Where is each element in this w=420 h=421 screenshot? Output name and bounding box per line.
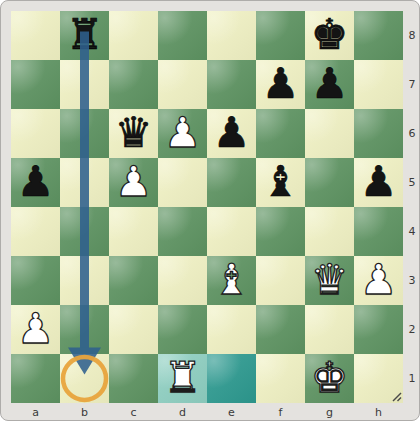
square-b3[interactable] xyxy=(60,256,109,305)
square-h8[interactable] xyxy=(354,11,403,60)
square-b2[interactable] xyxy=(60,305,109,354)
square-c3[interactable] xyxy=(109,256,158,305)
chess-board: ♜♚♟♟♛♟♟♟♟♝♟♝♛♟♟♜♚ xyxy=(11,11,403,403)
file-label-h: h xyxy=(354,403,403,421)
square-g6[interactable] xyxy=(305,109,354,158)
square-g1[interactable]: ♚ xyxy=(305,354,354,403)
square-f3[interactable] xyxy=(256,256,305,305)
square-e1[interactable] xyxy=(207,354,256,403)
piece-black-queen[interactable]: ♛ xyxy=(115,112,153,154)
square-b7[interactable] xyxy=(60,60,109,109)
square-g5[interactable] xyxy=(305,158,354,207)
file-label-b: b xyxy=(60,403,109,421)
file-label-g: g xyxy=(305,403,354,421)
square-h5[interactable]: ♟ xyxy=(354,158,403,207)
square-a6[interactable] xyxy=(11,109,60,158)
square-d8[interactable] xyxy=(158,11,207,60)
piece-black-pawn[interactable]: ♟ xyxy=(262,63,300,105)
square-a7[interactable] xyxy=(11,60,60,109)
square-h4[interactable] xyxy=(354,207,403,256)
square-f1[interactable] xyxy=(256,354,305,403)
rank-label-8: 8 xyxy=(403,11,420,60)
square-c6[interactable]: ♛ xyxy=(109,109,158,158)
piece-white-pawn[interactable]: ♟ xyxy=(115,161,153,203)
rank-label-1: 1 xyxy=(403,354,420,403)
piece-white-rook[interactable]: ♜ xyxy=(164,357,202,399)
chess-board-window: ♜♚♟♟♛♟♟♟♟♝♟♝♛♟♟♜♚ 87654321 abcdefgh xyxy=(0,0,420,421)
rank-label-7: 7 xyxy=(403,60,420,109)
rank-label-6: 6 xyxy=(403,109,420,158)
square-f4[interactable] xyxy=(256,207,305,256)
square-d5[interactable] xyxy=(158,158,207,207)
rank-label-4: 4 xyxy=(403,207,420,256)
piece-white-pawn[interactable]: ♟ xyxy=(17,308,55,350)
piece-black-bishop[interactable]: ♝ xyxy=(262,161,300,203)
square-b8[interactable]: ♜ xyxy=(60,11,109,60)
rank-coordinates: 87654321 xyxy=(403,11,420,403)
piece-black-pawn[interactable]: ♟ xyxy=(311,63,349,105)
square-h7[interactable] xyxy=(354,60,403,109)
square-d6[interactable]: ♟ xyxy=(158,109,207,158)
resize-handle-icon[interactable] xyxy=(390,390,403,403)
square-a2[interactable]: ♟ xyxy=(11,305,60,354)
square-a4[interactable] xyxy=(11,207,60,256)
square-e7[interactable] xyxy=(207,60,256,109)
square-e8[interactable] xyxy=(207,11,256,60)
square-h6[interactable] xyxy=(354,109,403,158)
square-d4[interactable] xyxy=(158,207,207,256)
square-d1[interactable]: ♜ xyxy=(158,354,207,403)
square-g4[interactable] xyxy=(305,207,354,256)
piece-white-pawn[interactable]: ♟ xyxy=(164,112,202,154)
rank-label-5: 5 xyxy=(403,158,420,207)
square-c7[interactable] xyxy=(109,60,158,109)
piece-black-rook[interactable]: ♜ xyxy=(66,14,104,56)
square-f7[interactable]: ♟ xyxy=(256,60,305,109)
file-label-f: f xyxy=(256,403,305,421)
square-b1[interactable] xyxy=(60,354,109,403)
piece-white-king[interactable]: ♚ xyxy=(311,357,349,399)
piece-black-pawn[interactable]: ♟ xyxy=(17,161,55,203)
square-a8[interactable] xyxy=(11,11,60,60)
square-g7[interactable]: ♟ xyxy=(305,60,354,109)
square-c2[interactable] xyxy=(109,305,158,354)
file-label-a: a xyxy=(11,403,60,421)
square-f8[interactable] xyxy=(256,11,305,60)
square-d7[interactable] xyxy=(158,60,207,109)
square-a3[interactable] xyxy=(11,256,60,305)
square-a5[interactable]: ♟ xyxy=(11,158,60,207)
file-coordinates: abcdefgh xyxy=(11,403,403,421)
file-label-e: e xyxy=(207,403,256,421)
square-e3[interactable]: ♝ xyxy=(207,256,256,305)
square-g3[interactable]: ♛ xyxy=(305,256,354,305)
piece-white-bishop[interactable]: ♝ xyxy=(213,259,251,301)
square-c8[interactable] xyxy=(109,11,158,60)
square-c1[interactable] xyxy=(109,354,158,403)
square-e6[interactable]: ♟ xyxy=(207,109,256,158)
square-b6[interactable] xyxy=(60,109,109,158)
square-b4[interactable] xyxy=(60,207,109,256)
square-h2[interactable] xyxy=(354,305,403,354)
square-e4[interactable] xyxy=(207,207,256,256)
square-d3[interactable] xyxy=(158,256,207,305)
rank-label-2: 2 xyxy=(403,305,420,354)
square-h3[interactable]: ♟ xyxy=(354,256,403,305)
square-c4[interactable] xyxy=(109,207,158,256)
square-b5[interactable] xyxy=(60,158,109,207)
square-g2[interactable] xyxy=(305,305,354,354)
piece-white-pawn[interactable]: ♟ xyxy=(360,259,398,301)
square-a1[interactable] xyxy=(11,354,60,403)
file-label-d: d xyxy=(158,403,207,421)
piece-black-king[interactable]: ♚ xyxy=(311,14,349,56)
piece-black-pawn[interactable]: ♟ xyxy=(213,112,251,154)
piece-black-pawn[interactable]: ♟ xyxy=(360,161,398,203)
square-e5[interactable] xyxy=(207,158,256,207)
square-g8[interactable]: ♚ xyxy=(305,11,354,60)
square-e2[interactable] xyxy=(207,305,256,354)
file-label-c: c xyxy=(109,403,158,421)
square-f2[interactable] xyxy=(256,305,305,354)
rank-label-3: 3 xyxy=(403,256,420,305)
square-c5[interactable]: ♟ xyxy=(109,158,158,207)
square-f5[interactable]: ♝ xyxy=(256,158,305,207)
square-f6[interactable] xyxy=(256,109,305,158)
square-d2[interactable] xyxy=(158,305,207,354)
piece-white-queen[interactable]: ♛ xyxy=(311,259,349,301)
